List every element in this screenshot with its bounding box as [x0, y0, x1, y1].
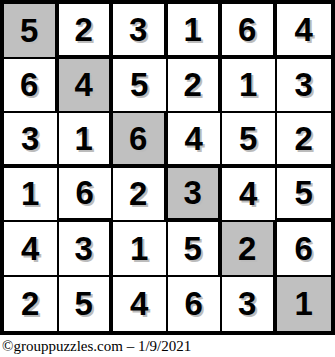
cell-r4c1: 1 — [4, 168, 59, 223]
cell-r6c1: 2 — [4, 277, 59, 332]
cell-r4c2: 6 — [59, 168, 114, 223]
cell-r5c5: 2 — [222, 222, 277, 277]
cell-r5c6: 6 — [277, 222, 332, 277]
cell-r6c2: 5 — [59, 277, 114, 332]
cell-r1c3: 3 — [113, 4, 168, 59]
cell-r5c1: 4 — [4, 222, 59, 277]
cell-r5c4: 5 — [168, 222, 223, 277]
cell-r6c3: 4 — [113, 277, 168, 332]
cell-r5c2: 3 — [59, 222, 114, 277]
cell-r6c6: 1 — [277, 277, 332, 332]
cell-r6c5: 3 — [222, 277, 277, 332]
cell-r2c4: 2 — [168, 59, 223, 114]
cell-r4c3: 2 — [113, 168, 168, 223]
cell-r3c1: 3 — [4, 113, 59, 168]
cell-r3c5: 5 — [222, 113, 277, 168]
cell-r2c1: 6 — [4, 59, 59, 114]
cell-r1c5: 6 — [222, 4, 277, 59]
cell-r1c1: 5 — [4, 4, 59, 59]
cell-r1c6: 4 — [277, 4, 332, 59]
puzzle-page: 523164645213316452162345431526254631 ©gr… — [0, 0, 335, 357]
cell-r2c5: 1 — [222, 59, 277, 114]
cell-r5c3: 1 — [113, 222, 168, 277]
cell-r3c6: 2 — [277, 113, 332, 168]
cell-r3c4: 4 — [168, 113, 223, 168]
cell-r1c4: 1 — [168, 4, 223, 59]
cell-r4c6: 5 — [277, 168, 332, 223]
cell-r2c3: 5 — [113, 59, 168, 114]
cell-r2c2: 4 — [59, 59, 114, 114]
cell-r3c2: 1 — [59, 113, 114, 168]
cell-r3c3: 6 — [113, 113, 168, 168]
cell-r2c6: 3 — [277, 59, 332, 114]
cell-r4c5: 4 — [222, 168, 277, 223]
cell-r1c2: 2 — [59, 4, 114, 59]
sudoku-board: 523164645213316452162345431526254631 — [0, 0, 335, 335]
copyright-line: ©grouppuzzles.com – 1/9/2021 — [0, 335, 335, 357]
cell-r4c4: 3 — [168, 168, 223, 223]
cell-r6c4: 6 — [168, 277, 223, 332]
